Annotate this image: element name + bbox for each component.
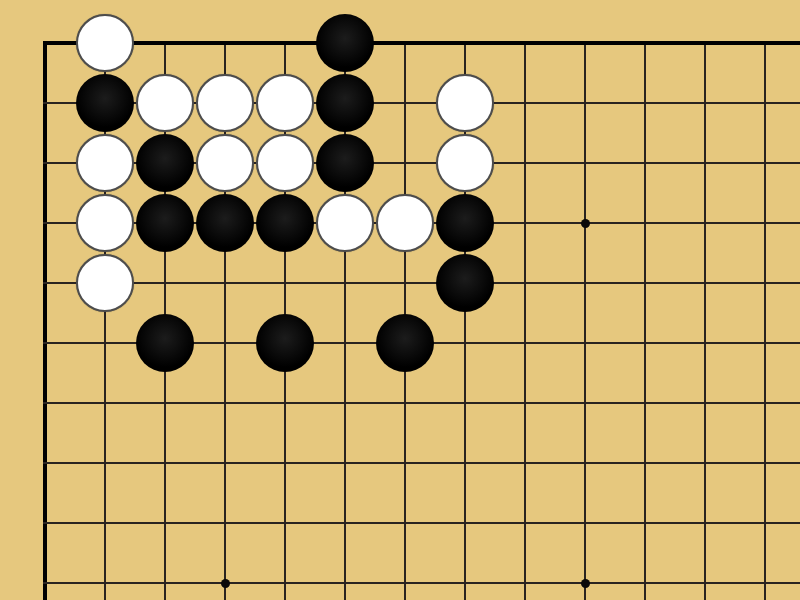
- intersection-C11[interactable]: [135, 493, 195, 553]
- black-stone-H16: ●: [436, 194, 494, 252]
- intersection-M17[interactable]: [675, 133, 735, 193]
- black-stone-C16: ●: [136, 194, 194, 252]
- intersection-K15[interactable]: [555, 253, 615, 313]
- white-stone-B17: ○: [76, 134, 134, 192]
- white-stone-H17: ○: [436, 134, 494, 192]
- white-stone-B16: ○: [76, 194, 134, 252]
- intersection-J13[interactable]: [495, 373, 555, 433]
- intersection-G10[interactable]: [375, 553, 435, 600]
- intersection-K14[interactable]: [555, 313, 615, 373]
- intersection-N19[interactable]: [735, 13, 795, 73]
- intersection-J12[interactable]: [495, 433, 555, 493]
- intersection-L10[interactable]: [615, 553, 675, 600]
- intersection-C17[interactable]: ●: [135, 133, 195, 193]
- intersection-L19[interactable]: [615, 13, 675, 73]
- intersection-H13[interactable]: [435, 373, 495, 433]
- intersection-G12[interactable]: [375, 433, 435, 493]
- intersection-N15[interactable]: [735, 253, 795, 313]
- intersection-C10[interactable]: [135, 553, 195, 600]
- intersection-H17[interactable]: ○: [435, 133, 495, 193]
- intersection-G15[interactable]: [375, 253, 435, 313]
- intersection-F13[interactable]: [315, 373, 375, 433]
- intersection-G17[interactable]: [375, 133, 435, 193]
- intersection-H19[interactable]: [435, 13, 495, 73]
- intersection-A15[interactable]: [15, 253, 75, 313]
- intersection-J11[interactable]: [495, 493, 555, 553]
- intersection-L16[interactable]: [615, 193, 675, 253]
- intersection-F19[interactable]: ●: [315, 13, 375, 73]
- intersection-B11[interactable]: [75, 493, 135, 553]
- black-stone-C17: ●: [136, 134, 194, 192]
- intersection-B10[interactable]: [75, 553, 135, 600]
- intersection-F11[interactable]: [315, 493, 375, 553]
- black-stone-F17: ●: [316, 134, 374, 192]
- intersection-L15[interactable]: [615, 253, 675, 313]
- intersection-M11[interactable]: [675, 493, 735, 553]
- white-stone-G16: ○: [376, 194, 434, 252]
- black-stone-F18: ●: [316, 74, 374, 132]
- intersection-H11[interactable]: [435, 493, 495, 553]
- go-board-screenshot: ○●●○○○●○○●○○●○○●●●○○●○●●●●: [0, 0, 800, 600]
- intersection-C19[interactable]: [135, 13, 195, 73]
- intersection-N10[interactable]: [735, 553, 795, 600]
- intersection-C16[interactable]: ●: [135, 193, 195, 253]
- intersection-A12[interactable]: [15, 433, 75, 493]
- black-stone-E16: ●: [256, 194, 314, 252]
- intersection-L14[interactable]: [615, 313, 675, 373]
- intersection-M15[interactable]: [675, 253, 735, 313]
- intersection-N17[interactable]: [735, 133, 795, 193]
- intersection-C13[interactable]: [135, 373, 195, 433]
- intersection-M18[interactable]: [675, 73, 735, 133]
- intersection-E12[interactable]: [255, 433, 315, 493]
- intersection-D13[interactable]: [195, 373, 255, 433]
- intersection-B19[interactable]: ○: [75, 13, 135, 73]
- intersection-C15[interactable]: [135, 253, 195, 313]
- intersection-F14[interactable]: [315, 313, 375, 373]
- intersection-B15[interactable]: ○: [75, 253, 135, 313]
- intersection-K19[interactable]: [555, 13, 615, 73]
- intersection-D18[interactable]: ○: [195, 73, 255, 133]
- intersection-L11[interactable]: [615, 493, 675, 553]
- intersection-A14[interactable]: [15, 313, 75, 373]
- intersection-M12[interactable]: [675, 433, 735, 493]
- white-stone-H18: ○: [436, 74, 494, 132]
- intersection-D19[interactable]: [195, 13, 255, 73]
- intersection-K13[interactable]: [555, 373, 615, 433]
- intersection-G18[interactable]: [375, 73, 435, 133]
- intersection-J14[interactable]: [495, 313, 555, 373]
- intersection-G11[interactable]: [375, 493, 435, 553]
- intersection-N14[interactable]: [735, 313, 795, 373]
- go-board: ○●●○○○●○○●○○●○○●●●○○●○●●●●: [15, 13, 795, 600]
- intersection-D15[interactable]: [195, 253, 255, 313]
- intersection-E18[interactable]: ○: [255, 73, 315, 133]
- intersection-A19[interactable]: [15, 13, 75, 73]
- intersection-M13[interactable]: [675, 373, 735, 433]
- intersection-D12[interactable]: [195, 433, 255, 493]
- intersection-N13[interactable]: [735, 373, 795, 433]
- intersection-J19[interactable]: [495, 13, 555, 73]
- intersection-K16[interactable]: [555, 193, 615, 253]
- black-stone-F19: ●: [316, 14, 374, 72]
- intersection-E19[interactable]: [255, 13, 315, 73]
- intersection-F17[interactable]: ●: [315, 133, 375, 193]
- intersection-D10[interactable]: [195, 553, 255, 600]
- intersection-A13[interactable]: [15, 373, 75, 433]
- intersection-M10[interactable]: [675, 553, 735, 600]
- intersection-E16[interactable]: ●: [255, 193, 315, 253]
- black-stone-H15: ●: [436, 254, 494, 312]
- intersection-N12[interactable]: [735, 433, 795, 493]
- intersection-B18[interactable]: ●: [75, 73, 135, 133]
- intersection-N16[interactable]: [735, 193, 795, 253]
- intersection-N11[interactable]: [735, 493, 795, 553]
- intersection-B14[interactable]: [75, 313, 135, 373]
- intersection-E17[interactable]: ○: [255, 133, 315, 193]
- intersection-H14[interactable]: [435, 313, 495, 373]
- intersection-B16[interactable]: ○: [75, 193, 135, 253]
- white-stone-E18: ○: [256, 74, 314, 132]
- intersection-A18[interactable]: [15, 73, 75, 133]
- intersection-M14[interactable]: [675, 313, 735, 373]
- intersection-H10[interactable]: [435, 553, 495, 600]
- intersection-K12[interactable]: [555, 433, 615, 493]
- black-stone-D16: ●: [196, 194, 254, 252]
- intersection-G14[interactable]: ●: [375, 313, 435, 373]
- intersection-E14[interactable]: ●: [255, 313, 315, 373]
- intersection-A17[interactable]: [15, 133, 75, 193]
- intersection-L13[interactable]: [615, 373, 675, 433]
- intersection-C14[interactable]: ●: [135, 313, 195, 373]
- intersection-J10[interactable]: [495, 553, 555, 600]
- intersection-B17[interactable]: ○: [75, 133, 135, 193]
- intersection-D14[interactable]: [195, 313, 255, 373]
- intersection-E15[interactable]: [255, 253, 315, 313]
- white-stone-B15: ○: [76, 254, 134, 312]
- white-stone-B19: ○: [76, 14, 134, 72]
- intersection-L12[interactable]: [615, 433, 675, 493]
- white-stone-E17: ○: [256, 134, 314, 192]
- intersection-H15[interactable]: ●: [435, 253, 495, 313]
- intersection-C12[interactable]: [135, 433, 195, 493]
- intersection-D16[interactable]: ●: [195, 193, 255, 253]
- intersection-A16[interactable]: [15, 193, 75, 253]
- intersection-J16[interactable]: [495, 193, 555, 253]
- intersection-H16[interactable]: ●: [435, 193, 495, 253]
- white-stone-F16: ○: [316, 194, 374, 252]
- white-stone-D17: ○: [196, 134, 254, 192]
- intersection-D11[interactable]: [195, 493, 255, 553]
- intersection-K11[interactable]: [555, 493, 615, 553]
- intersection-M19[interactable]: [675, 13, 735, 73]
- intersection-L18[interactable]: [615, 73, 675, 133]
- intersection-E10[interactable]: [255, 553, 315, 600]
- intersection-E13[interactable]: [255, 373, 315, 433]
- intersection-K10[interactable]: [555, 553, 615, 600]
- intersection-M16[interactable]: [675, 193, 735, 253]
- intersection-K18[interactable]: [555, 73, 615, 133]
- black-stone-E14: ●: [256, 314, 314, 372]
- intersection-F15[interactable]: [315, 253, 375, 313]
- intersection-A11[interactable]: [15, 493, 75, 553]
- intersection-K17[interactable]: [555, 133, 615, 193]
- intersection-H12[interactable]: [435, 433, 495, 493]
- intersection-E11[interactable]: [255, 493, 315, 553]
- intersection-C18[interactable]: ○: [135, 73, 195, 133]
- white-stone-C18: ○: [136, 74, 194, 132]
- intersection-F10[interactable]: [315, 553, 375, 600]
- intersection-L17[interactable]: [615, 133, 675, 193]
- intersection-H18[interactable]: ○: [435, 73, 495, 133]
- intersection-G13[interactable]: [375, 373, 435, 433]
- intersection-J18[interactable]: [495, 73, 555, 133]
- intersection-B13[interactable]: [75, 373, 135, 433]
- intersection-A10[interactable]: [15, 553, 75, 600]
- black-stone-C14: ●: [136, 314, 194, 372]
- intersection-F16[interactable]: ○: [315, 193, 375, 253]
- intersection-B12[interactable]: [75, 433, 135, 493]
- black-stone-B18: ●: [76, 74, 134, 132]
- black-stone-G14: ●: [376, 314, 434, 372]
- intersection-G16[interactable]: ○: [375, 193, 435, 253]
- intersection-N18[interactable]: [735, 73, 795, 133]
- intersection-G19[interactable]: [375, 13, 435, 73]
- intersection-F12[interactable]: [315, 433, 375, 493]
- intersection-J17[interactable]: [495, 133, 555, 193]
- intersection-F18[interactable]: ●: [315, 73, 375, 133]
- intersection-J15[interactable]: [495, 253, 555, 313]
- white-stone-D18: ○: [196, 74, 254, 132]
- intersection-D17[interactable]: ○: [195, 133, 255, 193]
